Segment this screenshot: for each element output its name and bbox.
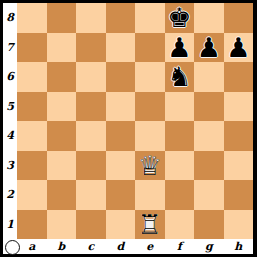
square-h1[interactable] [224,210,254,240]
square-a8[interactable] [17,3,47,33]
square-e5[interactable] [135,92,165,122]
black-knight-glyph: ♞ [165,62,195,92]
diagram-layout: 8♚7♟♟♟6♞543♛♕21♜♖abcdefgh [3,3,253,254]
square-d5[interactable] [106,92,136,122]
square-d8[interactable] [106,3,136,33]
square-g2[interactable] [194,180,224,210]
file-label-a: a [17,239,47,254]
square-a6[interactable] [17,62,47,92]
square-h2[interactable] [224,180,254,210]
square-b8[interactable] [47,3,77,33]
square-e3[interactable]: ♛♕ [135,151,165,181]
square-g8[interactable] [194,3,224,33]
piece-black-pawn[interactable]: ♟ [194,33,224,63]
rank-label-8: 8 [3,3,17,33]
square-a7[interactable] [17,33,47,63]
square-c5[interactable] [76,92,106,122]
square-g5[interactable] [194,92,224,122]
square-f4[interactable] [165,121,195,151]
file-label-e: e [135,239,165,254]
square-b6[interactable] [47,62,77,92]
rank-label-7: 7 [3,33,17,63]
side-to-move-indicator [5,240,20,255]
white-queen-outline: ♕ [135,151,165,181]
rank-label-3: 3 [3,151,17,181]
square-f3[interactable] [165,151,195,181]
black-king-glyph: ♚ [165,3,195,33]
square-a5[interactable] [17,92,47,122]
rank-label-2: 2 [3,180,17,210]
square-c4[interactable] [76,121,106,151]
square-h7[interactable]: ♟ [224,33,254,63]
white-queen-fill: ♛ [135,151,165,181]
piece-white-queen[interactable]: ♛♕ [135,151,165,181]
square-h3[interactable] [224,151,254,181]
file-label-h: h [224,239,254,254]
square-h4[interactable] [224,121,254,151]
file-label-c: c [76,239,106,254]
square-f8[interactable]: ♚ [165,3,195,33]
square-c7[interactable] [76,33,106,63]
file-label-f: f [165,239,195,254]
square-a1[interactable] [17,210,47,240]
file-label-d: d [106,239,136,254]
square-g1[interactable] [194,210,224,240]
rank-label-1: 1 [3,210,17,240]
white-rook-fill: ♜ [135,210,165,240]
square-e1[interactable]: ♜♖ [135,210,165,240]
square-e8[interactable] [135,3,165,33]
square-c8[interactable] [76,3,106,33]
square-a2[interactable] [17,180,47,210]
black-pawn-glyph: ♟ [224,33,254,63]
square-b2[interactable] [47,180,77,210]
piece-black-pawn[interactable]: ♟ [165,33,195,63]
square-c3[interactable] [76,151,106,181]
square-g6[interactable] [194,62,224,92]
square-g7[interactable]: ♟ [194,33,224,63]
rank-label-6: 6 [3,62,17,92]
piece-white-rook[interactable]: ♜♖ [135,210,165,240]
square-h6[interactable] [224,62,254,92]
square-f6[interactable]: ♞ [165,62,195,92]
square-f5[interactable] [165,92,195,122]
square-c6[interactable] [76,62,106,92]
rank-label-5: 5 [3,92,17,122]
square-e4[interactable] [135,121,165,151]
square-e6[interactable] [135,62,165,92]
piece-black-king[interactable]: ♚ [165,3,195,33]
square-b1[interactable] [47,210,77,240]
square-d3[interactable] [106,151,136,181]
square-c2[interactable] [76,180,106,210]
square-d2[interactable] [106,180,136,210]
square-d6[interactable] [106,62,136,92]
square-f1[interactable] [165,210,195,240]
square-g3[interactable] [194,151,224,181]
piece-black-pawn[interactable]: ♟ [224,33,254,63]
square-a4[interactable] [17,121,47,151]
square-b7[interactable] [47,33,77,63]
square-h8[interactable] [224,3,254,33]
square-e2[interactable] [135,180,165,210]
piece-black-knight[interactable]: ♞ [165,62,195,92]
square-g4[interactable] [194,121,224,151]
square-f2[interactable] [165,180,195,210]
chess-diagram: 8♚7♟♟♟6♞543♛♕21♜♖abcdefgh [0,0,257,257]
square-h5[interactable] [224,92,254,122]
file-label-b: b [47,239,77,254]
file-label-g: g [194,239,224,254]
square-d4[interactable] [106,121,136,151]
square-f7[interactable]: ♟ [165,33,195,63]
black-pawn-glyph: ♟ [165,33,195,63]
square-d7[interactable] [106,33,136,63]
white-rook-outline: ♖ [135,210,165,240]
square-b5[interactable] [47,92,77,122]
square-b3[interactable] [47,151,77,181]
square-c1[interactable] [76,210,106,240]
black-pawn-glyph: ♟ [194,33,224,63]
square-e7[interactable] [135,33,165,63]
rank-label-4: 4 [3,121,17,151]
square-d1[interactable] [106,210,136,240]
square-b4[interactable] [47,121,77,151]
square-a3[interactable] [17,151,47,181]
